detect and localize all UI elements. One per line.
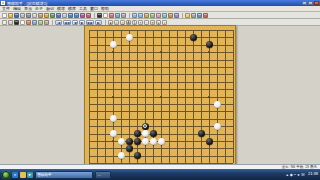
board-icon[interactable] — [44, 13, 49, 18]
help-icon[interactable] — [185, 13, 190, 18]
menu-item-0[interactable]: 文件 — [2, 6, 10, 11]
board-grid-line — [225, 30, 226, 163]
windows-taskbar: e► 围棋助手… ▴◆▪●M21:38 — [0, 169, 320, 180]
black-stone[interactable] — [206, 138, 213, 145]
show-hidden-icon[interactable]: ▴ — [286, 172, 288, 177]
analysis-icon[interactable] — [156, 13, 161, 18]
close-button[interactable] — [314, 1, 319, 5]
paste-icon[interactable] — [38, 13, 43, 18]
star-point — [160, 96, 162, 98]
coordinates-icon[interactable] — [144, 13, 149, 18]
mark-number-icon[interactable] — [44, 20, 49, 25]
star-point — [208, 96, 210, 98]
volume-icon[interactable]: ● — [297, 172, 299, 177]
joseki-icon[interactable] — [162, 13, 167, 18]
count-score-icon[interactable] — [86, 13, 91, 18]
board-grid-line — [89, 126, 233, 127]
antivirus-icon[interactable]: ◆ — [290, 172, 293, 177]
board-grid-line — [169, 30, 170, 163]
task-weiqi-app[interactable]: 围棋助手 — [35, 171, 93, 179]
toolbar-separator — [94, 13, 95, 18]
black-stone[interactable] — [150, 130, 157, 137]
game-info-icon[interactable] — [56, 13, 61, 18]
black-stone[interactable] — [134, 130, 141, 137]
menu-item-9[interactable]: 帮助 — [101, 6, 109, 11]
cross-mark-icon[interactable]: × — [138, 20, 143, 25]
number-mark-icon[interactable]: 1 — [132, 20, 137, 25]
board-grid-line — [89, 111, 233, 112]
app-icon — [1, 1, 5, 5]
library-icon[interactable] — [168, 13, 173, 18]
menu-item-5[interactable]: 棋谱 — [57, 6, 65, 11]
menu-item-6[interactable]: 棋库 — [68, 6, 76, 11]
network-icon[interactable]: ▪ — [294, 172, 295, 177]
forward-10-moves-button[interactable]: ▶▶ — [86, 20, 94, 25]
options-icon[interactable] — [191, 13, 196, 18]
white-stone[interactable] — [110, 41, 117, 48]
star-point — [112, 96, 114, 98]
black-stone-tool-icon[interactable]: ● — [108, 20, 113, 25]
black-stone[interactable] — [134, 138, 141, 145]
white-stone[interactable] — [142, 130, 149, 137]
black-stone[interactable] — [126, 138, 133, 145]
engine-icon[interactable] — [174, 13, 179, 18]
mark-letter-icon[interactable] — [38, 20, 43, 25]
board-grid-line — [185, 30, 186, 163]
mark-square-icon[interactable] — [32, 20, 37, 25]
menu-item-1[interactable]: 编辑 — [13, 6, 21, 11]
go-board[interactable] — [84, 25, 236, 165]
ie-browser-icon[interactable]: e — [12, 172, 18, 178]
menu-item-4[interactable]: 标记 — [46, 6, 54, 11]
last-move-button[interactable]: ▶| — [95, 20, 102, 25]
black-stone[interactable] — [206, 41, 213, 48]
new-file-icon[interactable] — [2, 13, 7, 18]
prev-move-button[interactable]: ◀ — [72, 20, 78, 25]
sound-icon[interactable]: ♪ — [162, 20, 167, 25]
menu-item-8[interactable]: 窗口 — [90, 6, 98, 11]
setup-black-icon[interactable] — [97, 13, 102, 18]
toolbar-separator — [52, 20, 53, 25]
app-window: 围棋助手 - [对局棋谱1] 文件编辑显示走子标记棋谱棋库工具窗口帮助 |◀◀◀… — [0, 0, 320, 180]
white-stone[interactable] — [142, 138, 149, 145]
maximize-button[interactable] — [308, 1, 313, 5]
minimize-button[interactable] — [302, 1, 307, 5]
board-grid-line — [201, 30, 202, 163]
black-stone[interactable] — [198, 130, 205, 137]
new-board-icon[interactable] — [2, 20, 7, 25]
variation-icon[interactable]: ↳ — [156, 20, 161, 25]
about-icon[interactable] — [197, 13, 202, 18]
rotate-board-icon[interactable] — [80, 13, 85, 18]
next-move-button[interactable]: ▶ — [79, 20, 85, 25]
star-point — [160, 51, 162, 53]
toolbar-separator — [182, 13, 183, 18]
pass-move-icon[interactable] — [121, 13, 126, 18]
board-grid-line — [233, 30, 234, 163]
game-tree-icon[interactable] — [50, 13, 55, 18]
white-to-play-icon[interactable] — [20, 20, 25, 25]
clear-board-icon[interactable] — [8, 20, 13, 25]
black-stone[interactable] — [126, 145, 133, 152]
next-game-icon[interactable] — [74, 13, 79, 18]
window-title: 围棋助手 - [对局棋谱1] — [7, 1, 302, 6]
white-stone[interactable] — [118, 152, 125, 159]
copy-icon[interactable] — [32, 13, 37, 18]
board-grid-line — [89, 104, 233, 105]
circle-mark-icon[interactable]: ◦ — [144, 20, 149, 25]
board-grid-line — [89, 156, 233, 157]
explorer-icon[interactable] — [20, 172, 26, 178]
menu-item-7[interactable]: 工具 — [79, 6, 87, 11]
task-other-window[interactable]: … — [95, 171, 111, 179]
white-stone-tool-icon[interactable]: ○ — [114, 20, 119, 25]
letter-mark-icon[interactable]: A — [126, 20, 131, 25]
black-stone[interactable] — [190, 34, 197, 41]
white-stone[interactable] — [158, 138, 165, 145]
black-stone[interactable] — [134, 152, 141, 159]
white-stone[interactable] — [214, 101, 221, 108]
mark-triangle-icon[interactable] — [26, 20, 31, 25]
star-point — [208, 51, 210, 53]
menu-item-2[interactable]: 显示 — [24, 6, 32, 11]
toolbar-main — [0, 12, 320, 19]
setup-white-icon[interactable] — [103, 13, 108, 18]
comment-icon[interactable]: ≡ — [150, 20, 155, 25]
first-move-button[interactable]: |◀ — [55, 20, 62, 25]
media-player-icon[interactable]: ► — [27, 172, 33, 178]
menu-item-3[interactable]: 走子 — [35, 6, 43, 11]
save-icon[interactable] — [14, 13, 19, 18]
toolbar-separator — [105, 20, 106, 25]
white-stone[interactable] — [118, 138, 125, 145]
input-method-icon[interactable]: M — [301, 172, 304, 177]
delete-stone-icon[interactable] — [109, 13, 114, 18]
white-stone[interactable] — [214, 123, 221, 130]
white-stone[interactable] — [110, 130, 117, 137]
board-grid-line — [89, 148, 233, 149]
zoom-out-icon[interactable] — [138, 13, 143, 18]
white-stone[interactable] — [150, 138, 157, 145]
open-folder-icon[interactable] — [8, 13, 13, 18]
search-icon[interactable] — [62, 13, 67, 18]
black-stone[interactable] — [142, 123, 149, 130]
board-grid-line — [193, 30, 194, 163]
export-icon[interactable] — [26, 13, 31, 18]
star-point — [112, 140, 114, 142]
edit-mode-icon[interactable] — [115, 13, 120, 18]
zoom-in-icon[interactable] — [132, 13, 137, 18]
white-stone[interactable] — [110, 115, 117, 122]
exit-icon[interactable] — [203, 13, 208, 18]
move-numbers-icon[interactable] — [150, 13, 155, 18]
star-point — [112, 51, 114, 53]
prev-game-icon[interactable] — [68, 13, 73, 18]
taskbar-clock[interactable]: 21:38 — [308, 172, 318, 177]
toolbar-separator — [129, 13, 130, 18]
black-to-play-icon[interactable] — [14, 20, 19, 25]
last-move-marker — [143, 124, 147, 128]
board-grid-line — [177, 30, 178, 163]
board-grid-line — [217, 30, 218, 163]
print-icon[interactable] — [20, 13, 25, 18]
start-button[interactable] — [2, 171, 10, 179]
triangle-mark-icon[interactable]: △ — [120, 20, 125, 25]
white-stone[interactable] — [126, 34, 133, 41]
back-10-moves-button[interactable]: ◀◀ — [63, 20, 71, 25]
